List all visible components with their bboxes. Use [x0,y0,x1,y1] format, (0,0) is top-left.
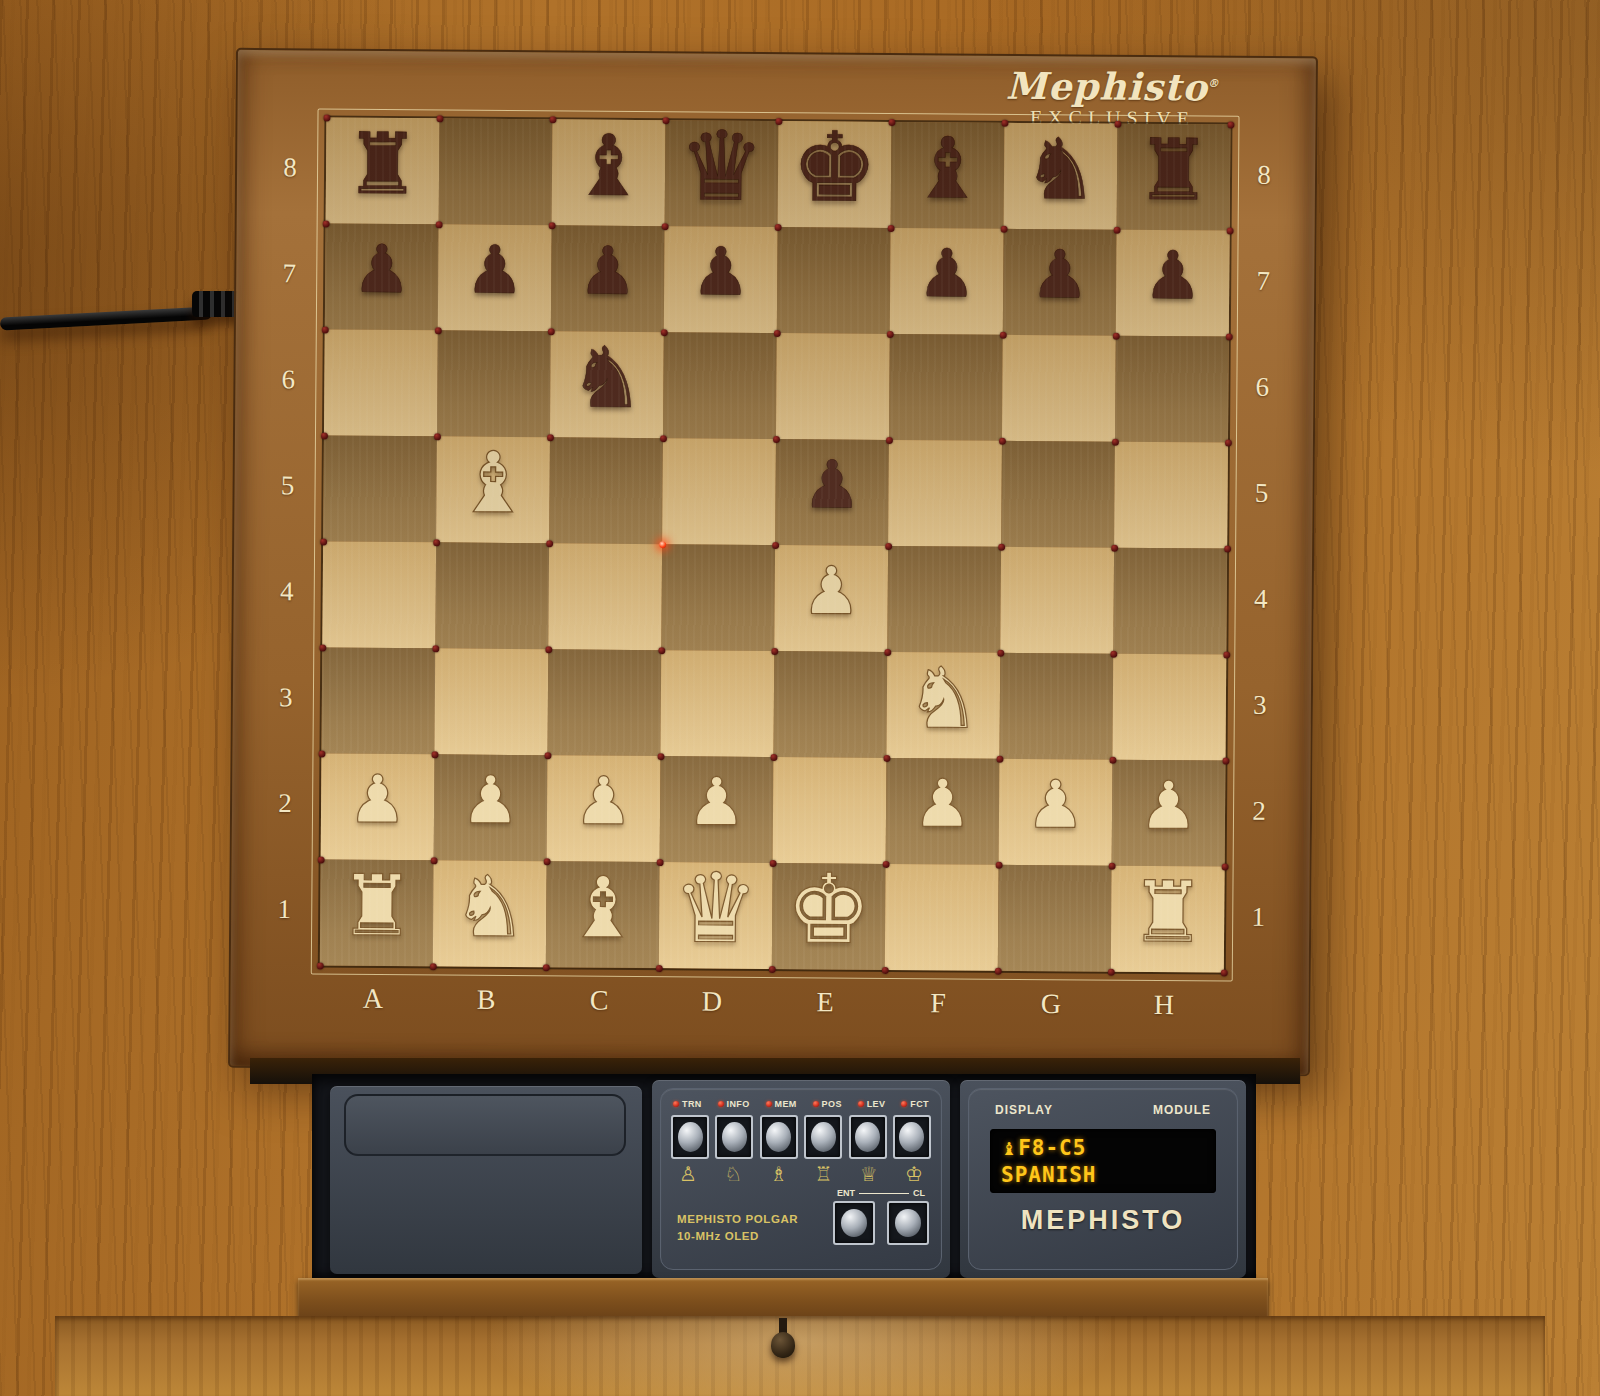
piece-white-rook[interactable]: ♜ [1130,870,1206,955]
drawer-knob[interactable] [771,1332,795,1358]
brand-script: Mephisto [1006,64,1208,110]
square-c6[interactable]: ♞ [550,331,664,438]
status-led-fct [901,1101,907,1107]
rank-label-8: 8 [1241,122,1288,228]
corner-led [436,115,443,122]
rank-label-4: 4 [263,538,310,644]
rank-label-6: 6 [265,326,312,432]
corner-led [658,647,665,654]
display-module: DISPLAY MODULE ♝F8-C5 SPANISH MEPHISTO [960,1080,1246,1278]
oak-table-background: Mephisto® EXCLUSIVE 87654321 87654321 AB… [0,0,1600,1396]
square-b5[interactable]: ♝ [436,436,550,543]
corner-led [1108,862,1115,869]
bishop-move-icon: ♝ [1001,1138,1018,1159]
corner-led [775,118,782,125]
corner-led [770,753,777,760]
rank-label-8: 8 [267,114,314,220]
square-e8[interactable]: ♚ [778,121,892,228]
status-label-pos: POS [822,1099,842,1109]
square-f7[interactable]: ♟ [890,228,1004,335]
square-b4[interactable] [435,542,549,649]
square-h8[interactable]: ♜ [1117,124,1231,231]
corner-led [547,328,554,335]
corner-led [888,118,895,125]
drawer-front-rail [298,1278,1268,1318]
square-g5[interactable] [1001,441,1115,548]
rank-label-4: 4 [1237,546,1284,652]
product-spec-label: 10-MHz OLED [677,1228,798,1245]
corner-led [433,539,440,546]
file-label-a: A [316,982,429,1015]
corner-led [545,646,552,653]
square-d7[interactable]: ♟ [664,226,778,333]
status-item-trn: TRN [673,1099,702,1109]
square-d1[interactable]: ♛ [659,862,773,969]
corner-led-lit-c5 [659,541,666,548]
square-e5[interactable]: ♟ [775,439,889,546]
pawn-key-icon: ♙ [671,1162,705,1186]
chess-board: Mephisto® EXCLUSIVE 87654321 87654321 AB… [228,48,1318,1076]
piece-white-pawn[interactable]: ♟ [348,767,408,833]
file-label-c: C [542,984,655,1017]
rank-label-5: 5 [1238,440,1285,546]
corner-led [884,648,891,655]
rank-label-3: 3 [263,644,310,750]
status-led-pos [813,1101,819,1107]
corner-led [1221,863,1228,870]
bishop-key-icon: ♗ [761,1162,795,1186]
oled-screen: ♝F8-C5 SPANISH [990,1129,1216,1193]
square-g1[interactable] [998,865,1112,972]
square-g7[interactable]: ♟ [1003,229,1117,336]
corner-led [1000,225,1007,232]
panel-button-pos-rook[interactable] [804,1115,842,1159]
file-label-b: B [429,983,542,1016]
square-h2[interactable]: ♟ [1112,760,1226,867]
square-a3[interactable] [321,647,435,754]
square-e4[interactable]: ♟ [774,545,888,652]
square-d6[interactable] [663,332,777,439]
square-a1[interactable]: ♜ [320,859,434,966]
display-label: DISPLAY [995,1103,1053,1117]
square-f8[interactable]: ♝ [891,122,1005,229]
square-h7[interactable]: ♟ [1116,230,1230,337]
square-a7[interactable]: ♟ [325,223,439,330]
status-label-mem: MEM [775,1099,797,1109]
corner-led [1109,756,1116,763]
corner-led [768,965,775,972]
power-cable [0,306,212,330]
corner-led [995,861,1002,868]
status-item-pos: POS [813,1099,842,1109]
square-b3[interactable] [434,648,548,755]
corner-led [434,327,441,334]
corner-led [1111,438,1118,445]
square-d5[interactable] [662,438,776,545]
square-f2[interactable]: ♟ [886,758,1000,865]
corner-led [885,542,892,549]
corner-led [1220,969,1227,976]
status-led-row: TRNINFOMEMPOSLEVFCT [661,1089,941,1109]
status-label-info: INFO [727,1099,750,1109]
piece-white-pawn[interactable]: ♟ [574,768,634,834]
piece-black-pawn[interactable]: ♟ [917,241,977,307]
registered-mark: ® [1208,77,1220,90]
corner-led [997,649,1004,656]
corner-led [771,647,778,654]
square-c4[interactable] [548,543,662,650]
rank-label-1: 1 [1235,864,1282,970]
square-a5[interactable] [323,435,437,542]
piece-white-pawn[interactable]: ♟ [801,558,861,624]
king-key-icon: ♔ [897,1162,931,1186]
rank-label-7: 7 [1240,228,1287,334]
piece-black-knight[interactable]: ♞ [1023,127,1099,212]
square-g3[interactable] [999,653,1113,760]
square-f1[interactable] [885,864,999,971]
square-g2[interactable]: ♟ [999,759,1113,866]
square-a8[interactable]: ♜ [326,117,440,224]
corner-led [546,434,553,441]
piece-black-rook[interactable]: ♜ [345,122,421,207]
polgar-program-module: TRNINFOMEMPOSLEVFCT ♙♘♗♖♕♔ MEPHISTO POLG… [652,1080,950,1278]
square-c7[interactable]: ♟ [551,225,665,332]
corner-led [429,963,436,970]
status-item-lev: LEV [858,1099,886,1109]
piece-white-pawn[interactable]: ♟ [687,769,747,835]
file-label-e: E [768,986,881,1019]
rank-labels-left: 87654321 [261,114,314,962]
knight-key-icon: ♘ [716,1162,750,1186]
rank-label-6: 6 [1239,334,1286,440]
square-f6[interactable] [889,334,1003,441]
corner-led [320,432,327,439]
piece-white-knight[interactable]: ♞ [905,656,981,741]
corner-led [1222,757,1229,764]
piece-white-bishop[interactable]: ♝ [565,865,641,950]
piece-black-rook[interactable]: ♜ [1136,128,1212,213]
corner-led [549,116,556,123]
corner-led [882,860,889,867]
corner-led [1224,439,1231,446]
corner-led [999,331,1006,338]
square-g4[interactable] [1000,547,1114,654]
corner-led [1227,121,1234,128]
rank-label-2: 2 [262,750,309,856]
square-h1[interactable]: ♜ [1111,866,1225,973]
panel-button-fct-king[interactable] [893,1115,931,1159]
square-d3[interactable] [660,650,774,757]
square-e6[interactable] [776,333,890,440]
panel-button-info-knight[interactable] [715,1115,753,1159]
clear-label: CL [913,1188,925,1198]
file-label-d: D [655,985,768,1018]
corner-led [661,223,668,230]
corner-led [319,644,326,651]
enter-button-cap [841,1209,867,1237]
square-e7[interactable] [777,227,891,334]
square-b7[interactable]: ♟ [438,224,552,331]
corner-led [657,753,664,760]
module-label: MODULE [1153,1103,1211,1117]
button-cap [722,1122,747,1152]
corner-led [317,856,324,863]
rank-label-1: 1 [261,856,308,962]
square-h6[interactable] [1115,336,1229,443]
square-d2[interactable]: ♟ [660,756,774,863]
corner-led [1223,651,1230,658]
product-name-label: MEPHISTO POLGAR [677,1211,798,1228]
corner-led [998,543,1005,550]
corner-led [774,223,781,230]
corner-led [322,220,329,227]
corner-led [886,330,893,337]
piece-white-pawn[interactable]: ♟ [461,768,521,834]
corner-led [656,859,663,866]
status-label-trn: TRN [682,1099,702,1109]
status-label-fct: FCT [910,1099,929,1109]
status-item-fct: FCT [901,1099,929,1109]
polgar-panel: TRNINFOMEMPOSLEVFCT ♙♘♗♖♕♔ MEPHISTO POLG… [660,1088,942,1270]
panel-button-mem-bishop[interactable] [760,1115,798,1159]
button-cap [678,1122,703,1152]
button-cap [855,1122,880,1152]
oled-line1: ♝F8-C5 [1001,1135,1215,1162]
corner-led [1107,968,1114,975]
corner-led [316,962,323,969]
square-d8[interactable]: ♛ [665,120,779,227]
corner-led [659,435,666,442]
square-a6[interactable] [324,329,438,436]
file-labels-bottom: ABCDEFGH [316,982,1220,1021]
corner-led [660,329,667,336]
piece-black-pawn[interactable]: ♟ [1143,243,1203,309]
enter-label: ENT [837,1188,855,1198]
corner-led [321,326,328,333]
piece-white-pawn[interactable]: ♟ [1139,773,1199,839]
status-led-info [718,1101,724,1107]
corner-led [1001,119,1008,126]
button-cap [811,1122,836,1152]
corner-led [548,222,555,229]
corner-led [431,751,438,758]
rank-label-2: 2 [1236,758,1283,864]
square-h3[interactable] [1112,654,1226,761]
status-item-info: INFO [718,1099,750,1109]
square-g8[interactable]: ♞ [1004,123,1118,230]
corner-led [773,329,780,336]
corner-led [1224,545,1231,552]
corner-led [769,859,776,866]
corner-led [994,967,1001,974]
piece-black-pawn[interactable]: ♟ [802,452,862,518]
button-cap [766,1122,791,1152]
corner-led [662,117,669,124]
corner-led [320,538,327,545]
corner-led [1111,544,1118,551]
corner-led [881,966,888,973]
panel-button-trn-pawn[interactable] [671,1115,709,1159]
corner-led [433,433,440,440]
corner-led [542,964,549,971]
corner-led [1225,333,1232,340]
board-border: ♜♝♛♚♝♞♜♟♟♟♟♟♟♟♞♝♟♟♞♟♟♟♟♟♟♟♜♞♝♛♚♜ [311,108,1240,981]
piece-black-pawn[interactable]: ♟ [578,238,638,304]
clear-button-cap [895,1209,921,1237]
piece-white-king[interactable]: ♚ [785,861,872,958]
square-b8[interactable] [439,118,553,225]
corner-led [998,437,1005,444]
status-led-trn [673,1101,679,1107]
corner-led [772,435,779,442]
square-c2[interactable]: ♟ [547,755,661,862]
button-cap [899,1122,924,1152]
rank-label-5: 5 [264,432,311,538]
square-h4[interactable] [1113,548,1227,655]
corner-led [1226,227,1233,234]
piece-black-pawn[interactable]: ♟ [1030,242,1090,308]
status-led-lev [858,1101,864,1107]
corner-led [1110,650,1117,657]
piece-black-pawn[interactable]: ♟ [691,239,751,305]
status-label-lev: LEV [867,1099,886,1109]
square-b1[interactable]: ♞ [433,860,547,967]
corner-led [655,965,662,972]
square-h5[interactable] [1114,442,1228,549]
piece-black-bishop[interactable]: ♝ [571,123,647,208]
square-a4[interactable] [322,541,436,648]
square-b6[interactable] [437,330,551,437]
piece-black-king[interactable]: ♚ [791,119,878,216]
square-g6[interactable] [1002,335,1116,442]
corner-led [887,224,894,231]
square-f4[interactable] [887,546,1001,653]
corner-led [323,114,330,121]
piece-white-pawn[interactable]: ♟ [913,771,973,837]
blank-module-lid [344,1094,626,1156]
square-c3[interactable] [547,649,661,756]
corner-led [885,436,892,443]
rank-label-7: 7 [266,220,313,326]
piece-black-bishop[interactable]: ♝ [910,126,986,211]
square-c8[interactable]: ♝ [552,119,666,226]
status-item-mem: MEM [766,1099,797,1109]
enter-button[interactable] [833,1201,875,1245]
corner-led [883,754,890,761]
piece-black-queen[interactable]: ♛ [678,118,765,215]
piece-black-pawn[interactable]: ♟ [352,237,412,303]
corner-led [543,858,550,865]
panel-button-row [661,1109,941,1159]
corner-led [432,645,439,652]
rank-label-3: 3 [1236,652,1283,758]
piece-key-row: ♙♘♗♖♕♔ [661,1159,941,1186]
square-f3[interactable]: ♞ [886,652,1000,759]
clear-button[interactable] [887,1201,929,1245]
corner-led [430,857,437,864]
square-a2[interactable]: ♟ [321,753,435,860]
corner-led [1113,226,1120,233]
piece-black-knight[interactable]: ♞ [569,335,645,420]
square-e1[interactable]: ♚ [772,863,886,970]
square-e2[interactable] [773,757,887,864]
piece-white-rook[interactable]: ♜ [339,864,415,949]
square-c1[interactable]: ♝ [546,861,660,968]
display-brand-label: MEPHISTO [969,1205,1237,1236]
status-led-mem [766,1101,772,1107]
ent-cl-divider [859,1193,909,1194]
corner-led [435,221,442,228]
corner-led [1114,120,1121,127]
corner-led [996,755,1003,762]
piece-white-pawn[interactable]: ♟ [1026,772,1086,838]
file-label-g: G [994,988,1107,1021]
piece-black-pawn[interactable]: ♟ [465,238,525,304]
corner-led [1112,332,1119,339]
file-label-h: H [1107,989,1220,1022]
square-e3[interactable] [773,651,887,758]
corner-led [544,752,551,759]
corner-led [318,750,325,757]
display-panel: DISPLAY MODULE ♝F8-C5 SPANISH MEPHISTO [968,1088,1238,1270]
oled-line2: SPANISH [1001,1162,1215,1188]
corner-led [772,541,779,548]
corner-led [546,540,553,547]
square-b2[interactable]: ♟ [434,754,548,861]
rook-key-icon: ♖ [807,1162,841,1186]
blank-module [330,1086,642,1274]
panel-button-lev-queen[interactable] [849,1115,887,1159]
file-label-f: F [881,987,994,1020]
square-f5[interactable] [888,440,1002,547]
piece-white-bishop[interactable]: ♝ [455,441,531,526]
square-d4[interactable] [661,544,775,651]
drawer-front [55,1316,1545,1396]
piece-white-knight[interactable]: ♞ [452,864,528,949]
piece-white-queen[interactable]: ♛ [672,860,759,957]
square-c5[interactable] [549,437,663,544]
queen-key-icon: ♕ [852,1162,886,1186]
rank-labels-right: 87654321 [1235,122,1288,970]
